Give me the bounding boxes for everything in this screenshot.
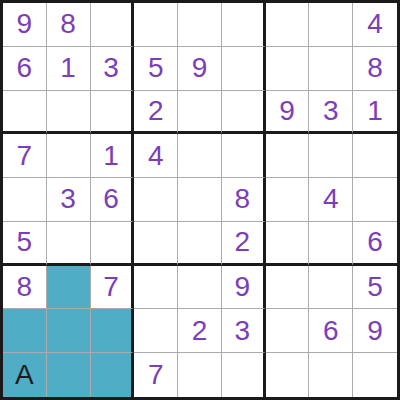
cell-r8c6[interactable]: 3 [222, 309, 266, 353]
cell-r1c3[interactable] [91, 3, 135, 47]
cell-r3c9[interactable]: 1 [353, 91, 397, 135]
cell-r5c2[interactable]: 3 [47, 178, 91, 222]
cell-r3c3[interactable] [91, 91, 135, 135]
cell-r5c4[interactable] [134, 178, 178, 222]
cell-r1c6[interactable] [222, 3, 266, 47]
cell-r8c3-highlighted[interactable] [91, 309, 135, 353]
cell-r2c6[interactable] [222, 47, 266, 91]
cell-r2c2[interactable]: 1 [47, 47, 91, 91]
cell-r1c1[interactable]: 9 [3, 3, 47, 47]
cell-r1c7[interactable] [266, 3, 310, 47]
cell-r8c8[interactable]: 6 [309, 309, 353, 353]
cell-r2c8[interactable] [309, 47, 353, 91]
cell-r6c6[interactable]: 2 [222, 222, 266, 266]
cell-r4c3[interactable]: 1 [91, 134, 135, 178]
cell-r3c4[interactable]: 2 [134, 91, 178, 135]
cell-r4c4[interactable]: 4 [134, 134, 178, 178]
cell-r6c1[interactable]: 5 [3, 222, 47, 266]
cell-r7c8[interactable] [309, 266, 353, 310]
cell-r3c8[interactable]: 3 [309, 91, 353, 135]
cell-r9c1-region-label-A[interactable]: A [3, 353, 47, 397]
cell-r3c1[interactable] [3, 91, 47, 135]
cell-r7c7[interactable] [266, 266, 310, 310]
cell-r7c5[interactable] [178, 266, 222, 310]
cell-r5c1[interactable] [3, 178, 47, 222]
cell-r2c4[interactable]: 5 [134, 47, 178, 91]
cell-r7c2-highlighted[interactable] [47, 266, 91, 310]
cell-r8c5[interactable]: 2 [178, 309, 222, 353]
cell-r6c8[interactable] [309, 222, 353, 266]
cell-r6c7[interactable] [266, 222, 310, 266]
cell-r2c7[interactable] [266, 47, 310, 91]
cell-r1c4[interactable] [134, 3, 178, 47]
cell-r6c4[interactable] [134, 222, 178, 266]
cell-r9c6[interactable] [222, 353, 266, 397]
cell-r3c6[interactable] [222, 91, 266, 135]
cell-r9c4[interactable]: 7 [134, 353, 178, 397]
cell-r8c1-highlighted[interactable] [3, 309, 47, 353]
cell-r8c7[interactable] [266, 309, 310, 353]
cell-r4c7[interactable] [266, 134, 310, 178]
cell-r4c5[interactable] [178, 134, 222, 178]
cell-r6c2[interactable] [47, 222, 91, 266]
cell-r3c5[interactable] [178, 91, 222, 135]
cell-r7c1[interactable]: 8 [3, 266, 47, 310]
cell-r5c3[interactable]: 6 [91, 178, 135, 222]
cell-r9c7[interactable] [266, 353, 310, 397]
cell-r1c2[interactable]: 8 [47, 3, 91, 47]
cell-r1c9[interactable]: 4 [353, 3, 397, 47]
cell-r1c8[interactable] [309, 3, 353, 47]
cell-r2c1[interactable]: 6 [3, 47, 47, 91]
cell-r7c9[interactable]: 5 [353, 266, 397, 310]
cell-r3c7[interactable]: 9 [266, 91, 310, 135]
cell-r6c3[interactable] [91, 222, 135, 266]
cell-r7c3[interactable]: 7 [91, 266, 135, 310]
cell-r7c6[interactable]: 9 [222, 266, 266, 310]
cell-r9c3-highlighted[interactable] [91, 353, 135, 397]
cell-r9c9[interactable] [353, 353, 397, 397]
cell-r2c9[interactable]: 8 [353, 47, 397, 91]
cell-r8c2-highlighted[interactable] [47, 309, 91, 353]
sudoku-board: 9846135982931714368452687952369A7 [0, 0, 400, 400]
cell-r6c9[interactable]: 6 [353, 222, 397, 266]
cell-r4c6[interactable] [222, 134, 266, 178]
cell-r5c7[interactable] [266, 178, 310, 222]
cell-r2c5[interactable]: 9 [178, 47, 222, 91]
cell-r8c4[interactable] [134, 309, 178, 353]
sudoku-board-wrapper: 9846135982931714368452687952369A7 [0, 0, 400, 400]
cell-r9c2-highlighted[interactable] [47, 353, 91, 397]
cell-r9c5[interactable] [178, 353, 222, 397]
cell-r5c5[interactable] [178, 178, 222, 222]
cell-r4c2[interactable] [47, 134, 91, 178]
cell-r9c8[interactable] [309, 353, 353, 397]
cell-r8c9[interactable]: 9 [353, 309, 397, 353]
cell-r2c3[interactable]: 3 [91, 47, 135, 91]
cell-r5c6[interactable]: 8 [222, 178, 266, 222]
cell-r1c5[interactable] [178, 3, 222, 47]
cell-r4c1[interactable]: 7 [3, 134, 47, 178]
cell-r3c2[interactable] [47, 91, 91, 135]
cell-r4c9[interactable] [353, 134, 397, 178]
cell-r4c8[interactable] [309, 134, 353, 178]
cell-r6c5[interactable] [178, 222, 222, 266]
cell-r5c9[interactable] [353, 178, 397, 222]
cell-r5c8[interactable]: 4 [309, 178, 353, 222]
cell-r7c4[interactable] [134, 266, 178, 310]
